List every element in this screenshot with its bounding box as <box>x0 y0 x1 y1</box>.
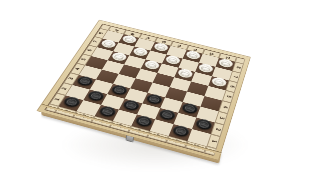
checker-black-h2[interactable]: ⛂ <box>195 118 213 131</box>
checker-black-d2[interactable]: ⛂ <box>122 99 141 112</box>
checker-black-c3[interactable]: ⛂ <box>110 84 129 96</box>
checker-black-a1[interactable]: ⛂ <box>62 96 82 109</box>
square-f4[interactable] <box>165 87 187 102</box>
square-e2[interactable] <box>137 103 160 119</box>
square-e4[interactable] <box>148 83 170 98</box>
square-g4[interactable] <box>183 92 205 107</box>
photo-background: ABCDEFGH8⛀⛀⛀⛀87⛀⛀⛀⛀76⛀⛀⛀⛀655443⛂⛂⛂⛂32⛂⛂⛂… <box>0 0 320 180</box>
checker-black-b2[interactable]: ⛂ <box>86 90 105 102</box>
checker-black-a3[interactable]: ⛂ <box>76 75 95 87</box>
checker-black-g3[interactable]: ⛂ <box>181 102 199 115</box>
checker-black-e3[interactable]: ⛂ <box>145 93 163 105</box>
checker-black-c1[interactable]: ⛂ <box>98 105 118 118</box>
checker-black-g1[interactable]: ⛂ <box>171 124 190 138</box>
square-c3[interactable]: ⛂ <box>107 84 130 99</box>
square-d3[interactable] <box>125 88 148 103</box>
square-e3[interactable]: ⛂ <box>142 93 165 108</box>
square-b2[interactable]: ⛂ <box>83 90 107 105</box>
square-d2[interactable]: ⛂ <box>119 99 142 115</box>
square-c2[interactable] <box>101 94 125 109</box>
checker-black-e1[interactable]: ⛂ <box>134 115 153 128</box>
square-f2[interactable]: ⛂ <box>155 108 178 124</box>
square-g2[interactable] <box>174 113 197 129</box>
checker-black-f2[interactable]: ⛂ <box>158 108 177 121</box>
square-f3[interactable] <box>160 97 182 112</box>
square-g3[interactable]: ⛂ <box>178 102 200 118</box>
square-b3[interactable] <box>90 79 113 94</box>
